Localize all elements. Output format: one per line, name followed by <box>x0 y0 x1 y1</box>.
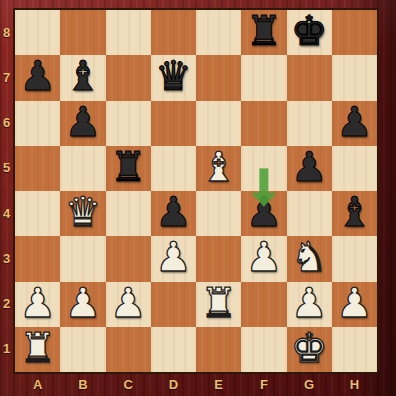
square-c7[interactable] <box>106 55 151 100</box>
rank-label-7: 7 <box>0 71 13 85</box>
square-b3[interactable] <box>60 236 105 281</box>
square-h8[interactable] <box>332 10 377 55</box>
square-b8[interactable] <box>60 10 105 55</box>
file-label-d: D <box>151 377 196 393</box>
square-d6[interactable] <box>151 101 196 146</box>
piece-black-rook[interactable]: ♜ <box>110 147 147 188</box>
square-e2[interactable]: ♜ <box>196 282 241 327</box>
square-g3[interactable]: ♞ <box>287 236 332 281</box>
square-d2[interactable] <box>151 282 196 327</box>
piece-white-rook[interactable]: ♜ <box>19 328 56 369</box>
square-h3[interactable] <box>332 236 377 281</box>
square-d4[interactable]: ♟ <box>151 191 196 236</box>
square-g2[interactable]: ♟ <box>287 282 332 327</box>
square-a7[interactable]: ♟ <box>15 55 60 100</box>
square-g5[interactable]: ♟ <box>287 146 332 191</box>
square-b6[interactable]: ♟ <box>60 101 105 146</box>
piece-white-pawn[interactable]: ♟ <box>110 283 147 324</box>
rank-label-1: 1 <box>0 342 13 356</box>
piece-white-rook[interactable]: ♜ <box>200 283 237 324</box>
file-label-a: A <box>15 377 60 393</box>
rank-label-2: 2 <box>0 297 13 311</box>
piece-black-pawn[interactable]: ♟ <box>291 147 328 188</box>
square-d7[interactable]: ♛ <box>151 55 196 100</box>
piece-white-pawn[interactable]: ♟ <box>19 283 56 324</box>
piece-white-pawn[interactable]: ♟ <box>245 237 282 278</box>
square-a6[interactable] <box>15 101 60 146</box>
square-c8[interactable] <box>106 10 151 55</box>
file-label-f: F <box>241 377 286 393</box>
piece-white-queen[interactable]: ♛ <box>64 192 101 233</box>
piece-black-bishop[interactable]: ♝ <box>336 192 373 233</box>
piece-black-pawn[interactable]: ♟ <box>155 192 192 233</box>
square-c1[interactable] <box>106 327 151 372</box>
square-h4[interactable]: ♝ <box>332 191 377 236</box>
square-h6[interactable]: ♟ <box>332 101 377 146</box>
square-h5[interactable] <box>332 146 377 191</box>
square-c3[interactable] <box>106 236 151 281</box>
square-b7[interactable]: ♝ <box>60 55 105 100</box>
square-h1[interactable] <box>332 327 377 372</box>
square-f3[interactable]: ♟ <box>241 236 286 281</box>
file-label-b: B <box>60 377 105 393</box>
chess-app-frame: ♜♚♟♝♛♟♟♜♝♟♛♟♟♝♟♟♞♟♟♟♜♟♟♜♚ 87654321ABCDEF… <box>0 0 396 396</box>
piece-black-king[interactable]: ♚ <box>291 11 328 52</box>
square-g7[interactable] <box>287 55 332 100</box>
square-a1[interactable]: ♜ <box>15 327 60 372</box>
square-e4[interactable] <box>196 191 241 236</box>
piece-black-pawn[interactable]: ♟ <box>64 102 101 143</box>
square-e5[interactable]: ♝ <box>196 146 241 191</box>
square-f2[interactable] <box>241 282 286 327</box>
piece-black-queen[interactable]: ♛ <box>155 56 192 97</box>
square-f7[interactable] <box>241 55 286 100</box>
rank-label-3: 3 <box>0 252 13 266</box>
square-d5[interactable] <box>151 146 196 191</box>
square-g6[interactable] <box>287 101 332 146</box>
square-f6[interactable] <box>241 101 286 146</box>
piece-black-pawn[interactable]: ♟ <box>19 56 56 97</box>
rank-label-6: 6 <box>0 116 13 130</box>
square-c5[interactable]: ♜ <box>106 146 151 191</box>
square-h2[interactable]: ♟ <box>332 282 377 327</box>
square-b1[interactable] <box>60 327 105 372</box>
square-e1[interactable] <box>196 327 241 372</box>
square-a8[interactable] <box>15 10 60 55</box>
square-b5[interactable] <box>60 146 105 191</box>
square-f1[interactable] <box>241 327 286 372</box>
piece-black-pawn[interactable]: ♟ <box>336 102 373 143</box>
piece-white-pawn[interactable]: ♟ <box>155 237 192 278</box>
square-h7[interactable] <box>332 55 377 100</box>
file-label-g: G <box>287 377 332 393</box>
square-c6[interactable] <box>106 101 151 146</box>
square-e7[interactable] <box>196 55 241 100</box>
piece-white-bishop[interactable]: ♝ <box>200 147 237 188</box>
square-g1[interactable]: ♚ <box>287 327 332 372</box>
square-a4[interactable] <box>15 191 60 236</box>
square-f4[interactable]: ♟ <box>241 191 286 236</box>
rank-label-4: 4 <box>0 207 13 221</box>
square-e3[interactable] <box>196 236 241 281</box>
square-a3[interactable] <box>15 236 60 281</box>
square-g4[interactable] <box>287 191 332 236</box>
rank-label-8: 8 <box>0 26 13 40</box>
piece-black-pawn[interactable]: ♟ <box>245 192 282 233</box>
piece-white-pawn[interactable]: ♟ <box>64 283 101 324</box>
piece-black-rook[interactable]: ♜ <box>245 11 282 52</box>
file-label-h: H <box>332 377 377 393</box>
square-b4[interactable]: ♛ <box>60 191 105 236</box>
piece-white-knight[interactable]: ♞ <box>291 237 328 278</box>
piece-white-pawn[interactable]: ♟ <box>336 283 373 324</box>
piece-white-pawn[interactable]: ♟ <box>291 283 328 324</box>
square-g8[interactable]: ♚ <box>287 10 332 55</box>
chess-board: ♜♚♟♝♛♟♟♜♝♟♛♟♟♝♟♟♞♟♟♟♜♟♟♜♚ <box>13 8 379 374</box>
square-e8[interactable] <box>196 10 241 55</box>
square-a5[interactable] <box>15 146 60 191</box>
piece-black-bishop[interactable]: ♝ <box>64 56 101 97</box>
square-c2[interactable]: ♟ <box>106 282 151 327</box>
square-f8[interactable]: ♜ <box>241 10 286 55</box>
file-label-e: E <box>196 377 241 393</box>
square-a2[interactable]: ♟ <box>15 282 60 327</box>
square-d8[interactable] <box>151 10 196 55</box>
file-label-c: C <box>106 377 151 393</box>
piece-white-king[interactable]: ♚ <box>291 328 328 369</box>
square-d1[interactable] <box>151 327 196 372</box>
square-c4[interactable] <box>106 191 151 236</box>
square-b2[interactable]: ♟ <box>60 282 105 327</box>
square-e6[interactable] <box>196 101 241 146</box>
square-f5[interactable] <box>241 146 286 191</box>
square-d3[interactable]: ♟ <box>151 236 196 281</box>
rank-label-5: 5 <box>0 161 13 175</box>
